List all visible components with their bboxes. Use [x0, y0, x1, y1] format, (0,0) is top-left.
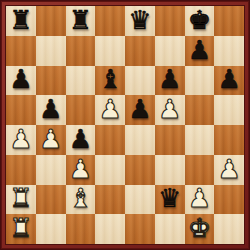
piece-white-pawn[interactable]: ♟: [217, 156, 240, 182]
square-c8[interactable]: ♜: [66, 6, 96, 36]
square-g4[interactable]: [185, 125, 215, 155]
piece-white-pawn[interactable]: ♟: [39, 126, 62, 152]
square-d2[interactable]: [95, 185, 125, 215]
square-f2[interactable]: ♛: [155, 185, 185, 215]
square-c1[interactable]: [66, 214, 96, 244]
square-e7[interactable]: [125, 36, 155, 66]
square-f5[interactable]: ♟: [155, 95, 185, 125]
square-a8[interactable]: ♜: [6, 6, 36, 36]
square-c6[interactable]: [66, 66, 96, 96]
square-b3[interactable]: [36, 155, 66, 185]
piece-black-rook[interactable]: ♜: [69, 7, 92, 33]
square-d5[interactable]: ♟: [95, 95, 125, 125]
square-f1[interactable]: [155, 214, 185, 244]
square-e3[interactable]: [125, 155, 155, 185]
piece-black-pawn[interactable]: ♟: [69, 126, 92, 152]
square-f3[interactable]: [155, 155, 185, 185]
chess-board-frame: ♜♜♛♚♟♟♝♟♟♟♟♟♟♟♟♟♟♟♜♝♛♟♜♚: [0, 0, 250, 250]
square-b4[interactable]: ♟: [36, 125, 66, 155]
square-h1[interactable]: [214, 214, 244, 244]
square-g8[interactable]: ♚: [185, 6, 215, 36]
piece-black-pawn[interactable]: ♟: [128, 96, 151, 122]
piece-black-rook[interactable]: ♜: [9, 7, 32, 33]
piece-white-pawn[interactable]: ♟: [98, 96, 121, 122]
square-g2[interactable]: ♟: [185, 185, 215, 215]
square-d8[interactable]: [95, 6, 125, 36]
square-a1[interactable]: ♜: [6, 214, 36, 244]
square-c7[interactable]: [66, 36, 96, 66]
square-e1[interactable]: [125, 214, 155, 244]
square-c2[interactable]: ♝: [66, 185, 96, 215]
piece-black-pawn[interactable]: ♟: [39, 96, 62, 122]
square-g3[interactable]: [185, 155, 215, 185]
square-a4[interactable]: ♟: [6, 125, 36, 155]
piece-black-king[interactable]: ♚: [188, 7, 211, 33]
square-c5[interactable]: [66, 95, 96, 125]
square-f6[interactable]: ♟: [155, 66, 185, 96]
square-b8[interactable]: [36, 6, 66, 36]
square-c4[interactable]: ♟: [66, 125, 96, 155]
piece-white-king[interactable]: ♚: [188, 215, 211, 241]
square-b2[interactable]: [36, 185, 66, 215]
square-d7[interactable]: [95, 36, 125, 66]
square-h5[interactable]: [214, 95, 244, 125]
square-c3[interactable]: ♟: [66, 155, 96, 185]
square-g5[interactable]: [185, 95, 215, 125]
piece-black-pawn[interactable]: ♟: [9, 66, 32, 92]
piece-white-pawn[interactable]: ♟: [188, 185, 211, 211]
piece-black-pawn[interactable]: ♟: [188, 37, 211, 63]
piece-black-queen[interactable]: ♛: [128, 7, 151, 33]
square-a5[interactable]: [6, 95, 36, 125]
square-h8[interactable]: [214, 6, 244, 36]
square-e2[interactable]: [125, 185, 155, 215]
square-d6[interactable]: ♝: [95, 66, 125, 96]
square-b7[interactable]: [36, 36, 66, 66]
piece-black-bishop[interactable]: ♝: [98, 66, 121, 92]
piece-black-pawn[interactable]: ♟: [217, 66, 240, 92]
square-b6[interactable]: [36, 66, 66, 96]
square-g7[interactable]: ♟: [185, 36, 215, 66]
square-f8[interactable]: [155, 6, 185, 36]
square-g1[interactable]: ♚: [185, 214, 215, 244]
piece-white-rook[interactable]: ♜: [9, 185, 32, 211]
square-a6[interactable]: ♟: [6, 66, 36, 96]
square-g6[interactable]: [185, 66, 215, 96]
square-h3[interactable]: ♟: [214, 155, 244, 185]
square-a7[interactable]: [6, 36, 36, 66]
square-d3[interactable]: [95, 155, 125, 185]
square-b5[interactable]: ♟: [36, 95, 66, 125]
square-a3[interactable]: [6, 155, 36, 185]
square-e8[interactable]: ♛: [125, 6, 155, 36]
square-d1[interactable]: [95, 214, 125, 244]
piece-white-pawn[interactable]: ♟: [9, 126, 32, 152]
square-f7[interactable]: [155, 36, 185, 66]
square-h7[interactable]: [214, 36, 244, 66]
piece-white-rook[interactable]: ♜: [9, 215, 32, 241]
square-f4[interactable]: [155, 125, 185, 155]
square-b1[interactable]: [36, 214, 66, 244]
piece-white-pawn[interactable]: ♟: [158, 96, 181, 122]
square-a2[interactable]: ♜: [6, 185, 36, 215]
square-h4[interactable]: [214, 125, 244, 155]
square-e6[interactable]: [125, 66, 155, 96]
square-d4[interactable]: [95, 125, 125, 155]
piece-black-queen[interactable]: ♛: [158, 185, 181, 211]
square-e4[interactable]: [125, 125, 155, 155]
square-e5[interactable]: ♟: [125, 95, 155, 125]
piece-white-bishop[interactable]: ♝: [69, 185, 92, 211]
square-h2[interactable]: [214, 185, 244, 215]
square-h6[interactable]: ♟: [214, 66, 244, 96]
piece-white-pawn[interactable]: ♟: [69, 156, 92, 182]
piece-black-pawn[interactable]: ♟: [158, 66, 181, 92]
chess-board: ♜♜♛♚♟♟♝♟♟♟♟♟♟♟♟♟♟♟♜♝♛♟♜♚: [6, 6, 244, 244]
